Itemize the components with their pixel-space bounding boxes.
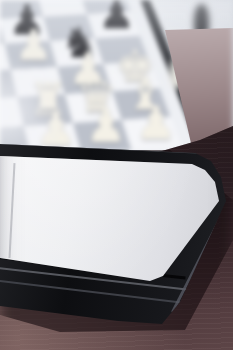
piece-white-pawn: ♟ (10, 24, 57, 67)
leather-crease (9, 163, 15, 258)
photo-travel-chess-set: ♜♟♟♝♟♞♟♟♚♟♜♛♝♟♟♟ (0, 0, 233, 350)
square-e2: ♟ (0, 97, 24, 129)
piece-white-pawn: ♟ (0, 80, 24, 125)
case-edge-highlight-2 (0, 279, 189, 304)
piece-white-pawn: ♟ (81, 103, 132, 149)
piece-white-pawn: ♟ (131, 100, 182, 146)
